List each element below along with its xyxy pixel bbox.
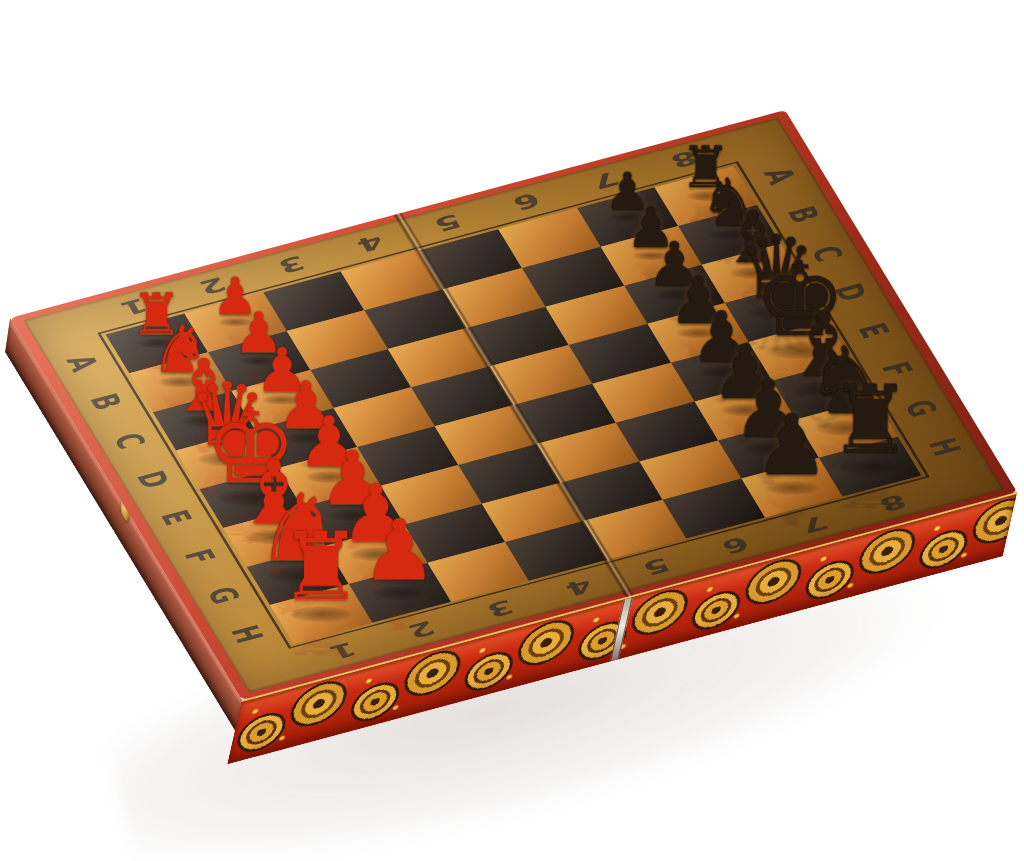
piece-black-pawn-h7[interactable]: ♟ [754,404,829,488]
piece-red-rook-h1[interactable]: ♜ [279,521,363,615]
chess-set-photo: 11AA22BB33CC44DD55EE66FF77GG88HH ♜♜♞♞♝♝♛… [0,0,1024,861]
piece-black-rook-h8[interactable]: ♜ [828,373,912,467]
piece-red-pawn-h2[interactable]: ♟ [362,509,437,593]
fold-seam-front [610,597,633,661]
